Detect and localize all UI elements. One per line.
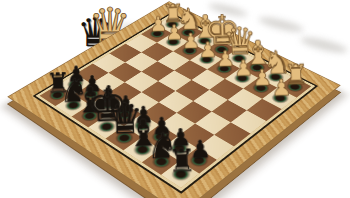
white-pawn: ♟ — [257, 76, 307, 100]
square-a8: ♜ — [161, 161, 199, 188]
chess-set-product-photo: ♛ ♛ ♜♞♝♛♚♝♞♜♟♟♟♟♟♟♟♟♟♟♟♟♟♟♟♟♜♞♝♛♚♝♞♜ — [0, 0, 350, 198]
board-grid: ♜♞♝♛♚♝♞♜♟♟♟♟♟♟♟♟♟♟♟♟♟♟♟♟♜♞♝♛♚♝♞♜ — [40, 16, 311, 188]
board-frame: ♜♞♝♛♚♝♞♜♟♟♟♟♟♟♟♟♟♟♟♟♟♟♟♟♜♞♝♛♚♝♞♜ — [7, 1, 341, 198]
black-rook: ♜ — [154, 144, 209, 176]
chess-board: ♜♞♝♛♚♝♞♜♟♟♟♟♟♟♟♟♟♟♟♟♟♟♟♟♜♞♝♛♚♝♞♜ — [7, 1, 341, 198]
scene: ♜♞♝♛♚♝♞♜♟♟♟♟♟♟♟♟♟♟♟♟♟♟♟♟♜♞♝♛♚♝♞♜ — [0, 0, 350, 198]
